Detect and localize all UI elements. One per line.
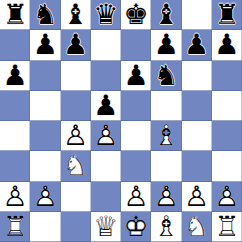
- piece-outline-glyph: ♗: [151, 212, 181, 242]
- square-e8[interactable]: ♚: [121, 0, 151, 30]
- square-d2[interactable]: [91, 182, 121, 212]
- white-queen[interactable]: ♛♕: [91, 212, 121, 242]
- piece-glyph: ♟: [61, 30, 91, 60]
- piece-outline-glyph: ♕: [91, 212, 121, 242]
- piece-outline-glyph: ♙: [121, 182, 151, 212]
- square-h3[interactable]: [212, 151, 242, 181]
- square-g1[interactable]: ♞♘: [182, 212, 212, 242]
- square-b5[interactable]: [30, 91, 60, 121]
- square-e2[interactable]: ♟♙: [121, 182, 151, 212]
- piece-outline-glyph: ♙: [91, 121, 121, 151]
- black-pawn[interactable]: ♟: [0, 61, 30, 91]
- piece-outline-glyph: ♙: [151, 182, 181, 212]
- square-e1[interactable]: ♚♔: [121, 212, 151, 242]
- square-b6[interactable]: [30, 61, 60, 91]
- square-b2[interactable]: ♟♙: [30, 182, 60, 212]
- white-knight[interactable]: ♞♘: [182, 212, 212, 242]
- square-f3[interactable]: [151, 151, 181, 181]
- square-g8[interactable]: [182, 0, 212, 30]
- piece-outline-glyph: ♙: [61, 121, 91, 151]
- white-knight[interactable]: ♞♘: [61, 151, 91, 181]
- square-h2[interactable]: ♟♙: [212, 182, 242, 212]
- square-f5[interactable]: [151, 91, 181, 121]
- square-a5[interactable]: [0, 91, 30, 121]
- black-pawn[interactable]: ♟: [121, 61, 151, 91]
- square-h5[interactable]: [212, 91, 242, 121]
- square-b1[interactable]: [30, 212, 60, 242]
- white-bishop[interactable]: ♝♗: [151, 121, 181, 151]
- white-pawn[interactable]: ♟♙: [0, 182, 30, 212]
- piece-glyph: ♝: [61, 0, 91, 30]
- white-pawn[interactable]: ♟♙: [61, 121, 91, 151]
- square-d8[interactable]: ♛: [91, 0, 121, 30]
- square-e6[interactable]: ♟: [121, 61, 151, 91]
- piece-glyph: ♚: [121, 0, 151, 30]
- square-f4[interactable]: ♝♗: [151, 121, 181, 151]
- black-knight[interactable]: ♞: [30, 0, 60, 30]
- square-b7[interactable]: ♟: [30, 30, 60, 60]
- square-g4[interactable]: [182, 121, 212, 151]
- white-pawn[interactable]: ♟♙: [30, 182, 60, 212]
- square-f2[interactable]: ♟♙: [151, 182, 181, 212]
- piece-glyph: ♟: [121, 61, 151, 91]
- square-g7[interactable]: ♟: [182, 30, 212, 60]
- piece-outline-glyph: ♖: [212, 212, 242, 242]
- square-f7[interactable]: ♟: [151, 30, 181, 60]
- piece-glyph: ♟: [212, 30, 242, 60]
- square-e4[interactable]: [121, 121, 151, 151]
- piece-outline-glyph: ♖: [0, 212, 30, 242]
- white-king[interactable]: ♚♔: [121, 212, 151, 242]
- square-d5[interactable]: ♟: [91, 91, 121, 121]
- square-c3[interactable]: ♞♘: [61, 151, 91, 181]
- piece-outline-glyph: ♗: [151, 121, 181, 151]
- white-rook[interactable]: ♜♖: [212, 212, 242, 242]
- square-f6[interactable]: ♞: [151, 61, 181, 91]
- square-b4[interactable]: [30, 121, 60, 151]
- black-bishop[interactable]: ♝: [151, 0, 181, 30]
- square-e3[interactable]: [121, 151, 151, 181]
- piece-glyph: ♟: [151, 30, 181, 60]
- piece-glyph: ♛: [91, 0, 121, 30]
- square-a3[interactable]: [0, 151, 30, 181]
- square-c8[interactable]: ♝: [61, 0, 91, 30]
- piece-glyph: ♞: [30, 0, 60, 30]
- black-pawn[interactable]: ♟: [30, 30, 60, 60]
- black-rook[interactable]: ♜: [212, 0, 242, 30]
- piece-glyph: ♟: [182, 30, 212, 60]
- square-a1[interactable]: ♜♖: [0, 212, 30, 242]
- white-bishop[interactable]: ♝♗: [151, 212, 181, 242]
- square-f8[interactable]: ♝: [151, 0, 181, 30]
- black-pawn[interactable]: ♟: [182, 30, 212, 60]
- black-pawn[interactable]: ♟: [212, 30, 242, 60]
- piece-outline-glyph: ♙: [182, 182, 212, 212]
- square-h1[interactable]: ♜♖: [212, 212, 242, 242]
- black-knight[interactable]: ♞: [151, 61, 181, 91]
- white-pawn[interactable]: ♟♙: [182, 182, 212, 212]
- square-c7[interactable]: ♟: [61, 30, 91, 60]
- square-b8[interactable]: ♞: [30, 0, 60, 30]
- square-a7[interactable]: [0, 30, 30, 60]
- square-d1[interactable]: ♛♕: [91, 212, 121, 242]
- square-b3[interactable]: [30, 151, 60, 181]
- square-a8[interactable]: ♜: [0, 0, 30, 30]
- piece-glyph: ♝: [151, 0, 181, 30]
- square-d4[interactable]: ♟♙: [91, 121, 121, 151]
- piece-outline-glyph: ♙: [30, 182, 60, 212]
- black-rook[interactable]: ♜: [0, 0, 30, 30]
- piece-glyph: ♜: [0, 0, 30, 30]
- piece-outline-glyph: ♔: [121, 212, 151, 242]
- piece-outline-glyph: ♘: [182, 212, 212, 242]
- square-h4[interactable]: [212, 121, 242, 151]
- square-a2[interactable]: ♟♙: [0, 182, 30, 212]
- square-c6[interactable]: [61, 61, 91, 91]
- white-pawn[interactable]: ♟♙: [151, 182, 181, 212]
- white-rook[interactable]: ♜♖: [0, 212, 30, 242]
- square-a6[interactable]: ♟: [0, 61, 30, 91]
- square-d7[interactable]: [91, 30, 121, 60]
- square-g2[interactable]: ♟♙: [182, 182, 212, 212]
- black-queen[interactable]: ♛: [91, 0, 121, 30]
- piece-outline-glyph: ♙: [0, 182, 30, 212]
- piece-outline-glyph: ♘: [61, 151, 91, 181]
- black-pawn[interactable]: ♟: [61, 30, 91, 60]
- square-e5[interactable]: [121, 91, 151, 121]
- piece-outline-glyph: ♙: [212, 182, 242, 212]
- square-h7[interactable]: ♟: [212, 30, 242, 60]
- white-pawn[interactable]: ♟♙: [212, 182, 242, 212]
- black-bishop[interactable]: ♝: [61, 0, 91, 30]
- square-g5[interactable]: [182, 91, 212, 121]
- square-g3[interactable]: [182, 151, 212, 181]
- piece-glyph: ♞: [151, 61, 181, 91]
- square-f1[interactable]: ♝♗: [151, 212, 181, 242]
- piece-glyph: ♟: [91, 91, 121, 121]
- square-d3[interactable]: [91, 151, 121, 181]
- square-e7[interactable]: [121, 30, 151, 60]
- square-c5[interactable]: [61, 91, 91, 121]
- square-h8[interactable]: ♜: [212, 0, 242, 30]
- piece-glyph: ♜: [212, 0, 242, 30]
- square-c4[interactable]: ♟♙: [61, 121, 91, 151]
- square-g6[interactable]: [182, 61, 212, 91]
- square-c2[interactable]: [61, 182, 91, 212]
- square-a4[interactable]: [0, 121, 30, 151]
- black-pawn[interactable]: ♟: [91, 91, 121, 121]
- square-d6[interactable]: [91, 61, 121, 91]
- black-pawn[interactable]: ♟: [151, 30, 181, 60]
- square-c1[interactable]: [61, 212, 91, 242]
- black-king[interactable]: ♚: [121, 0, 151, 30]
- white-pawn[interactable]: ♟♙: [91, 121, 121, 151]
- white-pawn[interactable]: ♟♙: [121, 182, 151, 212]
- piece-glyph: ♟: [30, 30, 60, 60]
- square-h6[interactable]: [212, 61, 242, 91]
- piece-glyph: ♟: [0, 61, 30, 91]
- chess-board: ♜♞♝♛♚♝♜♟♟♟♟♟♟♟♞♟♟♙♟♙♝♗♞♘♟♙♟♙♟♙♟♙♟♙♟♙♜♖♛♕…: [0, 0, 242, 242]
